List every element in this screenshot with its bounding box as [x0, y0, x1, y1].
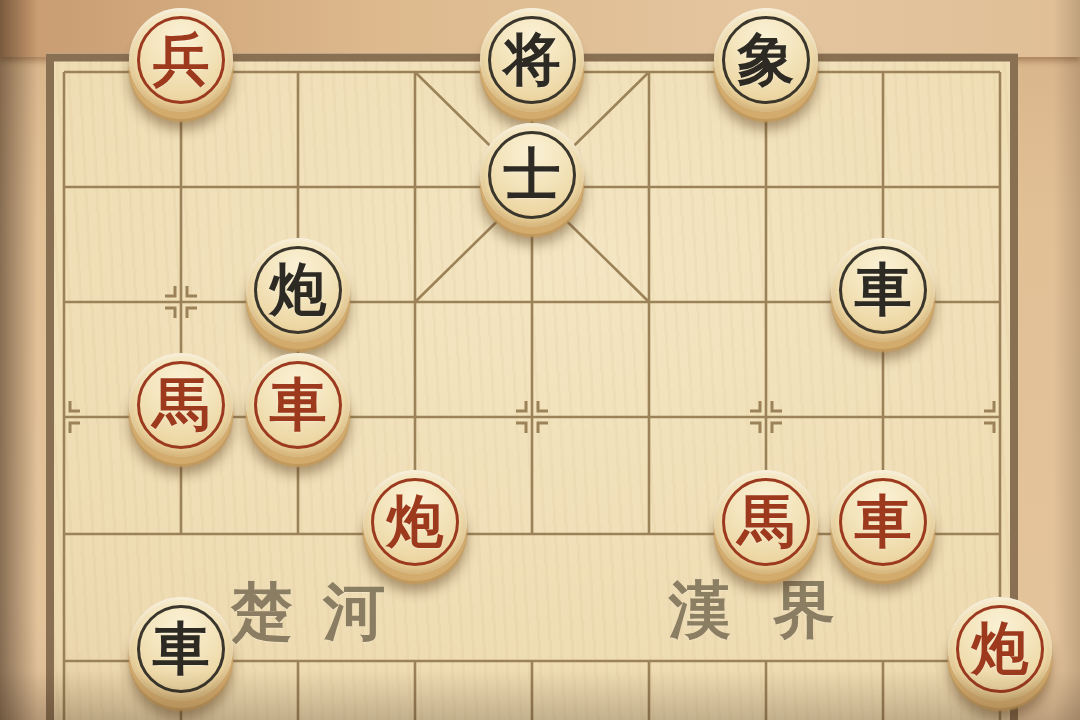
piece-glyph-red-horse-right: 馬 [714, 470, 818, 574]
piece-glyph-red-cannon-right: 炮 [948, 597, 1052, 701]
piece-black-cannon[interactable]: 炮 [246, 238, 350, 342]
board-cell-f3-r3: 炮 [240, 245, 357, 360]
board-cell-f9-r6: 炮 [942, 594, 1059, 720]
piece-red-horse-left[interactable]: 馬 [129, 353, 233, 457]
piece-glyph-red-horse-left: 馬 [129, 353, 233, 457]
piece-red-chariot-left[interactable]: 車 [246, 353, 350, 457]
piece-glyph-black-elephant: 象 [714, 8, 818, 112]
board-cell-f5-r2: 士 [474, 130, 591, 245]
piece-glyph-black-general: 将 [480, 8, 584, 112]
board-cell-f8-r3: 車 [825, 245, 942, 360]
piece-glyph-black-cannon: 炮 [246, 238, 350, 342]
piece-glyph-red-chariot-right: 車 [831, 470, 935, 574]
xiangqi-game-screen: 楚河 漢界 兵将象士炮車馬車炮馬車車炮 [0, 0, 1080, 720]
pieces-layer: 兵将象士炮車馬車炮馬車車炮 [6, 15, 1059, 720]
board-cell-f5-r1: 将 [474, 15, 591, 130]
piece-glyph-black-chariot-right: 車 [831, 238, 935, 342]
piece-black-chariot-right[interactable]: 車 [831, 238, 935, 342]
board-cell-f7-r1: 象 [708, 15, 825, 130]
piece-red-horse-right[interactable]: 馬 [714, 470, 818, 574]
piece-black-advisor[interactable]: 士 [480, 123, 584, 227]
piece-glyph-black-advisor: 士 [480, 123, 584, 227]
board-cell-f2-r1: 兵 [123, 15, 240, 130]
piece-red-soldier[interactable]: 兵 [129, 8, 233, 112]
piece-glyph-red-chariot-left: 車 [246, 353, 350, 457]
board-cell-f2-r6: 車 [123, 594, 240, 720]
piece-red-cannon-left[interactable]: 炮 [363, 470, 467, 574]
piece-black-elephant[interactable]: 象 [714, 8, 818, 112]
piece-glyph-black-chariot-left: 車 [129, 597, 233, 701]
board-cell-f4-r5: 炮 [357, 475, 474, 594]
piece-red-chariot-right[interactable]: 車 [831, 470, 935, 574]
piece-glyph-red-soldier: 兵 [129, 8, 233, 112]
piece-black-general[interactable]: 将 [480, 8, 584, 112]
piece-red-cannon-right[interactable]: 炮 [948, 597, 1052, 701]
piece-black-chariot-left[interactable]: 車 [129, 597, 233, 701]
board-cell-f3-r4: 車 [240, 360, 357, 475]
board-cell-f2-r4: 馬 [123, 360, 240, 475]
board-cell-f7-r5: 馬 [708, 475, 825, 594]
board-cell-f8-r5: 車 [825, 475, 942, 594]
piece-glyph-red-cannon-left: 炮 [363, 470, 467, 574]
